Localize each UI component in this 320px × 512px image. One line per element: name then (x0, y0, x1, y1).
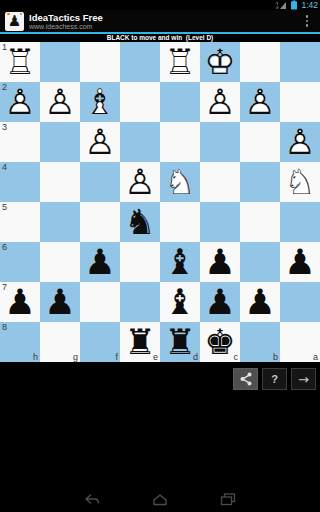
black-knight[interactable]: ♞ (120, 202, 160, 242)
square-c1[interactable]: ♚♔ (200, 42, 240, 82)
square-f5[interactable] (80, 202, 120, 242)
square-e1[interactable] (120, 42, 160, 82)
next-arrow-icon: → (298, 372, 309, 387)
square-d4[interactable]: ♞♘ (160, 162, 200, 202)
square-b6[interactable] (240, 242, 280, 282)
white-rook[interactable]: ♜♖ (0, 42, 40, 82)
square-d3[interactable] (160, 122, 200, 162)
square-b7[interactable]: ♟ (240, 282, 280, 322)
screen: 1:42 ♟ IdeaTactics Free www.ideachess.co… (0, 0, 320, 512)
square-c5[interactable] (200, 202, 240, 242)
square-b4[interactable] (240, 162, 280, 202)
square-a4[interactable]: ♞♘ (280, 162, 320, 202)
square-f1[interactable] (80, 42, 120, 82)
square-b5[interactable] (240, 202, 280, 242)
square-d1[interactable]: ♜♖ (160, 42, 200, 82)
status-time: 1:42 (301, 0, 318, 10)
square-f4[interactable] (80, 162, 120, 202)
square-f8[interactable]: f (80, 322, 120, 362)
square-h8[interactable]: 8h (0, 322, 40, 362)
square-b2[interactable]: ♟♙ (240, 82, 280, 122)
square-f2[interactable]: ♝♗ (80, 82, 120, 122)
recents-icon[interactable] (220, 493, 236, 506)
white-rook[interactable]: ♜♖ (160, 42, 200, 82)
white-knight[interactable]: ♞♘ (280, 162, 320, 202)
app-logo-icon: ♟ (5, 12, 24, 31)
square-h1[interactable]: 1♜♖ (0, 42, 40, 82)
square-g2[interactable]: ♟♙ (40, 82, 80, 122)
file-label: f (115, 352, 118, 362)
square-f6[interactable]: ♟ (80, 242, 120, 282)
black-pawn[interactable]: ♟ (80, 242, 120, 282)
white-pawn[interactable]: ♟♙ (280, 122, 320, 162)
file-label: b (273, 352, 278, 362)
black-bishop[interactable]: ♝ (160, 282, 200, 322)
black-king[interactable]: ♚ (200, 322, 240, 362)
black-pawn[interactable]: ♟ (280, 242, 320, 282)
square-b1[interactable] (240, 42, 280, 82)
message-bar: BLACK to move and win (Level D) (0, 34, 320, 42)
square-h2[interactable]: 2♟♙ (0, 82, 40, 122)
square-a6[interactable]: ♟ (280, 242, 320, 282)
square-e3[interactable] (120, 122, 160, 162)
share-icon (240, 372, 252, 386)
bottom-panel: ? → (0, 362, 320, 512)
square-c4[interactable] (200, 162, 240, 202)
black-pawn[interactable]: ♟ (200, 282, 240, 322)
square-a2[interactable] (280, 82, 320, 122)
square-h7[interactable]: 7♟ (0, 282, 40, 322)
black-rook[interactable]: ♜ (160, 322, 200, 362)
white-pawn[interactable]: ♟♙ (40, 82, 80, 122)
square-c2[interactable]: ♟♙ (200, 82, 240, 122)
square-e5[interactable]: ♞ (120, 202, 160, 242)
square-c3[interactable] (200, 122, 240, 162)
overflow-menu-icon[interactable] (299, 11, 315, 31)
square-g4[interactable] (40, 162, 80, 202)
nav-bar (0, 493, 320, 506)
square-h5[interactable]: 5 (0, 202, 40, 242)
square-g6[interactable] (40, 242, 80, 282)
rank-label: 3 (2, 122, 7, 132)
square-e7[interactable] (120, 282, 160, 322)
square-d6[interactable]: ♝ (160, 242, 200, 282)
white-pawn[interactable]: ♟♙ (0, 82, 40, 122)
back-icon[interactable] (84, 493, 100, 506)
app-title: IdeaTactics Free (29, 12, 103, 23)
square-b3[interactable] (240, 122, 280, 162)
action-bar: ♟ IdeaTactics Free www.ideachess.com (0, 10, 320, 32)
white-king[interactable]: ♚♔ (200, 42, 240, 82)
white-pawn[interactable]: ♟♙ (200, 82, 240, 122)
square-g3[interactable] (40, 122, 80, 162)
rank-label: 4 (2, 162, 7, 172)
square-e6[interactable] (120, 242, 160, 282)
file-label: h (33, 352, 38, 362)
white-pawn[interactable]: ♟♙ (80, 122, 120, 162)
square-d5[interactable] (160, 202, 200, 242)
square-e8[interactable]: e♜ (120, 322, 160, 362)
next-puzzle-button[interactable]: → (291, 368, 316, 390)
square-a7[interactable] (280, 282, 320, 322)
square-h6[interactable]: 6 (0, 242, 40, 282)
square-b8[interactable]: b (240, 322, 280, 362)
black-pawn[interactable]: ♟ (0, 282, 40, 322)
home-icon[interactable] (152, 493, 168, 506)
hint-label: ? (271, 373, 278, 385)
square-a3[interactable]: ♟♙ (280, 122, 320, 162)
rank-label: 5 (2, 202, 7, 212)
square-c6[interactable]: ♟ (200, 242, 240, 282)
white-knight[interactable]: ♞♘ (160, 162, 200, 202)
square-d7[interactable]: ♝ (160, 282, 200, 322)
status-bar: 1:42 (0, 0, 320, 10)
square-g7[interactable]: ♟ (40, 282, 80, 322)
square-a1[interactable] (280, 42, 320, 82)
square-f7[interactable] (80, 282, 120, 322)
black-rook[interactable]: ♜ (120, 322, 160, 362)
square-d2[interactable] (160, 82, 200, 122)
white-bishop[interactable]: ♝♗ (80, 82, 120, 122)
black-pawn[interactable]: ♟ (240, 282, 280, 322)
square-d8[interactable]: d♜ (160, 322, 200, 362)
rank-label: 6 (2, 242, 7, 252)
square-h3[interactable]: 3 (0, 122, 40, 162)
network-signal-icon (275, 1, 287, 10)
hint-button[interactable]: ? (262, 368, 287, 390)
square-e4[interactable]: ♟♙ (120, 162, 160, 202)
app-subtitle: www.ideachess.com (29, 23, 103, 31)
black-pawn[interactable]: ♟ (200, 242, 240, 282)
square-c7[interactable]: ♟ (200, 282, 240, 322)
square-a8[interactable]: a (280, 322, 320, 362)
square-g8[interactable]: g (40, 322, 80, 362)
square-g1[interactable] (40, 42, 80, 82)
square-f3[interactable]: ♟♙ (80, 122, 120, 162)
square-e2[interactable] (120, 82, 160, 122)
battery-icon (290, 0, 298, 10)
square-h4[interactable]: 4 (0, 162, 40, 202)
puzzle-instruction: BLACK to move and win (Level D) (107, 34, 214, 42)
square-a5[interactable] (280, 202, 320, 242)
rank-label: 8 (2, 322, 7, 332)
file-label: g (73, 352, 78, 362)
square-g5[interactable] (40, 202, 80, 242)
white-pawn[interactable]: ♟♙ (240, 82, 280, 122)
toolbar: ? → (233, 368, 316, 390)
file-label: a (313, 352, 318, 362)
black-bishop[interactable]: ♝ (160, 242, 200, 282)
white-pawn[interactable]: ♟♙ (120, 162, 160, 202)
black-pawn[interactable]: ♟ (40, 282, 80, 322)
square-c8[interactable]: c♚ (200, 322, 240, 362)
chess-board: 1♜♖♜♖♚♔2♟♙♟♙♝♗♟♙♟♙3♟♙♟♙4♟♙♞♘♞♘5♞6♟♝♟♟7♟♟… (0, 42, 320, 362)
share-button[interactable] (233, 368, 258, 390)
